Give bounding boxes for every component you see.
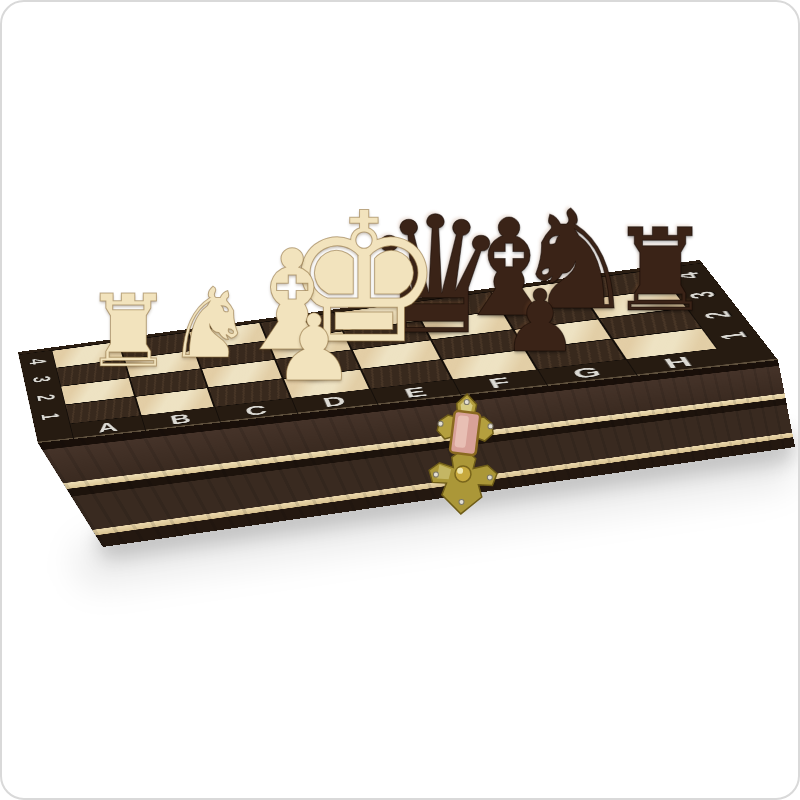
piece-black-pawn[interactable]: ♟: [501, 278, 578, 364]
piece-white-rook[interactable]: ♜: [83, 282, 173, 382]
latch-rivet: [464, 399, 469, 404]
latch-rivet: [487, 475, 492, 480]
piece-white-pawn[interactable]: ♟: [273, 303, 355, 395]
latch-rivet: [488, 424, 493, 429]
rank-label-text: 2: [30, 393, 60, 402]
rank-label-text: 4: [22, 357, 51, 366]
rank-label-text: 3: [26, 375, 56, 384]
piece-black-rook[interactable]: ♜: [609, 214, 711, 328]
piece-white-knight[interactable]: ♞: [167, 275, 254, 372]
latch-boss: [455, 466, 472, 483]
latch-rivet: [433, 472, 438, 477]
latch-clasp-icon[interactable]: [415, 390, 513, 519]
latch-rivet: [438, 421, 443, 426]
rank-label-text: 1: [711, 330, 756, 341]
product-photo-chess-box: 44332211ABCDEFGH ♜♞♝♟♚♛♝♟♞♜: [0, 0, 800, 800]
latch-rivet: [459, 499, 464, 504]
rank-label-text: 1: [34, 412, 65, 421]
